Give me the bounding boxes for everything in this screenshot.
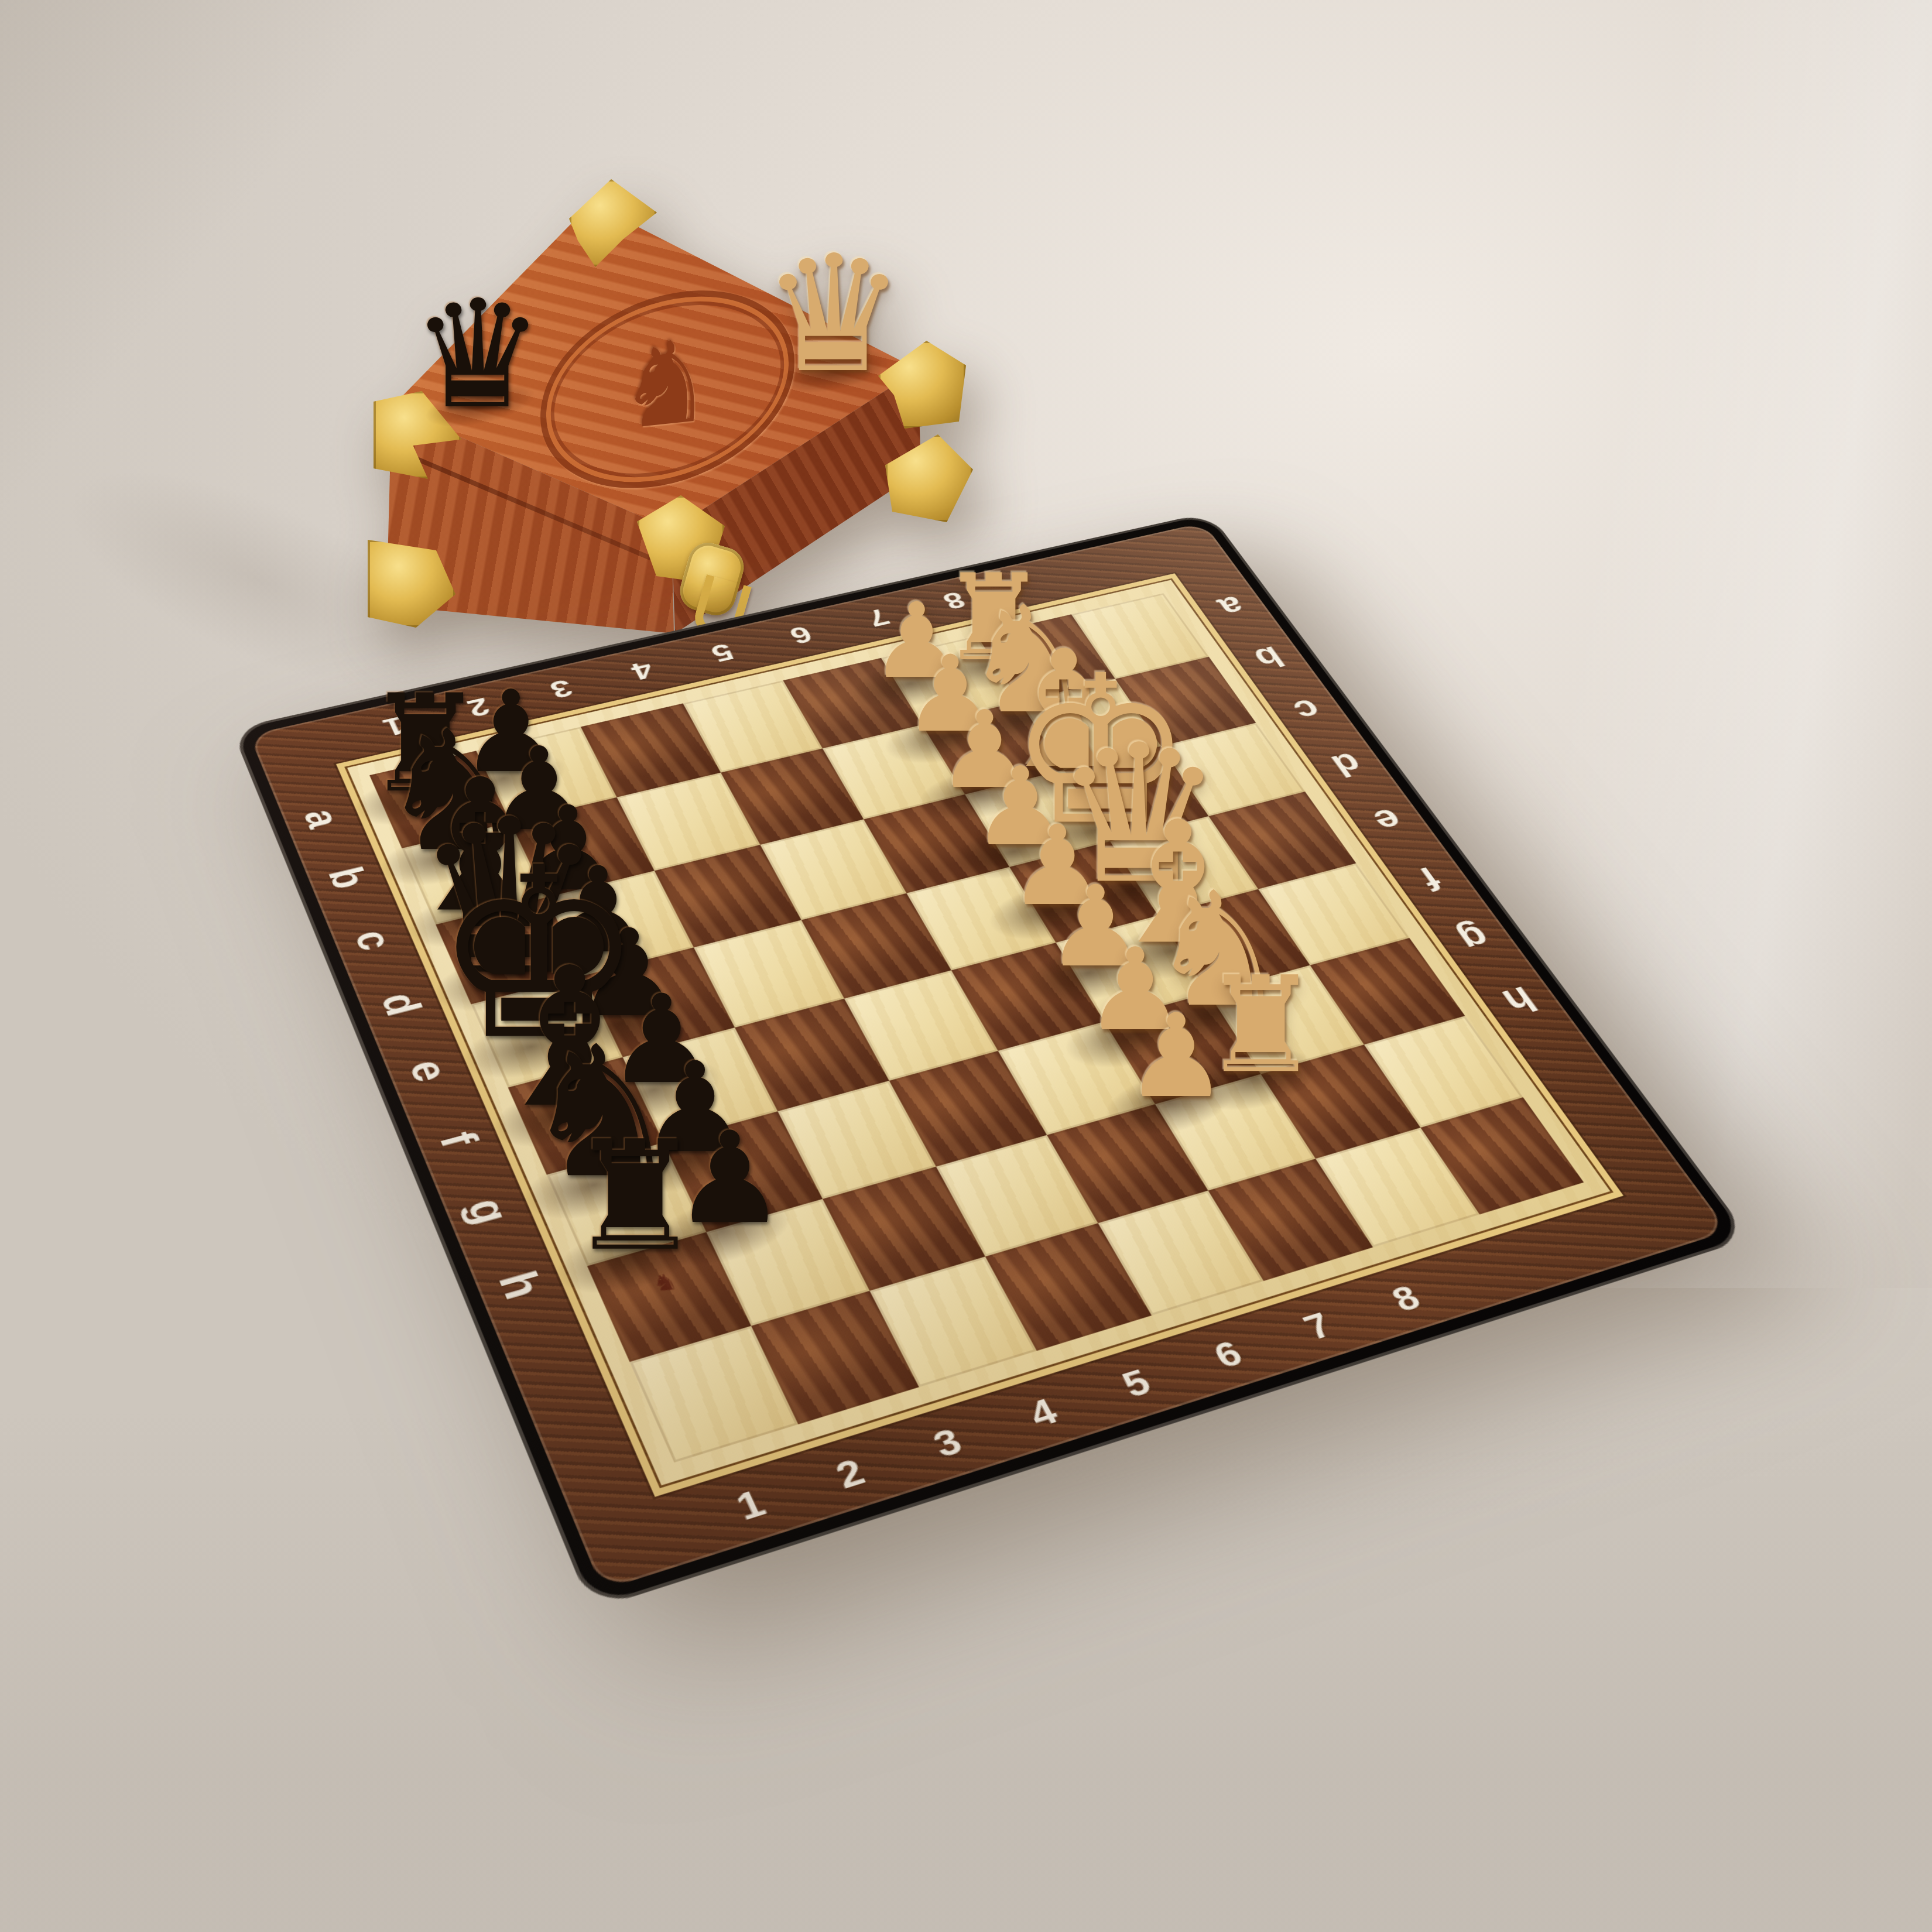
- scene: ♞ ♛ ♛ aa11bb22cc33dd44ee55ff66gg77hh88 ♞…: [0, 0, 1932, 1932]
- spare-black-queen[interactable]: ♛: [411, 280, 545, 429]
- piece-black-rook-h1[interactable]: ♜: [567, 1121, 703, 1272]
- piece-white-pawn-h7[interactable]: ♟: [1125, 998, 1228, 1113]
- carved-knight-icon: ♞: [611, 322, 724, 447]
- spare-white-queen[interactable]: ♛: [762, 234, 906, 395]
